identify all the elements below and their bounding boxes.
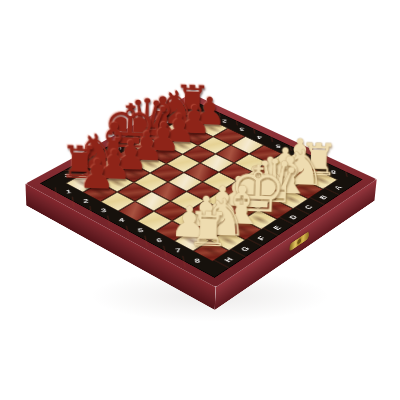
piece-red-pawn-h2[interactable]: ♟ bbox=[66, 153, 128, 196]
clasp-knob bbox=[297, 238, 301, 245]
piece-cream-rook-h8[interactable]: ♜ bbox=[176, 205, 242, 254]
chess-set-scene: 1122334455667788AABBCCDDEEFFGGHH ♜♟♞♟♝♟♛… bbox=[74, 53, 332, 311]
chess-board: 1122334455667788AABBCCDDEEFFGGHH ♜♟♞♟♝♟♛… bbox=[25, 94, 376, 288]
photo-background: 1122334455667788AABBCCDDEEFFGGHH ♜♟♞♟♝♟♛… bbox=[0, 0, 400, 400]
pieces-layer: ♜♟♞♟♝♟♛♟♚♟♝♟♟♞♜♟♟♜♞♟♟♝♟♛♟♚♟♝♟♞♟♜ bbox=[25, 94, 376, 288]
